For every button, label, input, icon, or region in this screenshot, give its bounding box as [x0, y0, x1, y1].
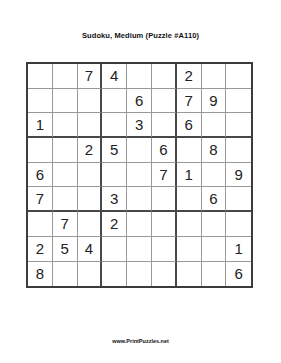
cell-r1c7[interactable]: 2	[177, 64, 202, 89]
cell-r6c4[interactable]: 3	[102, 187, 127, 212]
cell-r9c1[interactable]: 8	[28, 262, 53, 287]
cell-r2c9[interactable]	[226, 89, 251, 114]
cell-r7c8[interactable]	[202, 212, 227, 237]
cell-r6c7[interactable]	[177, 187, 202, 212]
cell-r5c8[interactable]	[202, 163, 227, 188]
cell-r4c8[interactable]: 8	[202, 138, 227, 163]
cell-r1c2[interactable]	[53, 64, 78, 89]
cell-r7c7[interactable]	[177, 212, 202, 237]
cell-r4c5[interactable]	[127, 138, 152, 163]
cell-r6c1[interactable]: 7	[28, 187, 53, 212]
cell-r2c8[interactable]: 9	[202, 89, 227, 114]
puzzle-page: Sudoku, Medium (Puzzle #A110) 7426791362…	[0, 0, 281, 363]
cell-r7c4[interactable]: 2	[102, 212, 127, 237]
cell-r9c6[interactable]	[152, 262, 177, 287]
cell-r2c5[interactable]: 6	[127, 89, 152, 114]
cell-r5c6[interactable]: 7	[152, 163, 177, 188]
cell-r8c9[interactable]: 1	[226, 237, 251, 262]
cell-r8c1[interactable]: 2	[28, 237, 53, 262]
cell-r7c5[interactable]	[127, 212, 152, 237]
cell-r4c9[interactable]	[226, 138, 251, 163]
sudoku-board: 7426791362568671973672254186	[26, 62, 253, 288]
cell-r9c7[interactable]	[177, 262, 202, 287]
cell-r3c8[interactable]	[202, 113, 227, 138]
cell-r4c6[interactable]: 6	[152, 138, 177, 163]
cell-r8c7[interactable]	[177, 237, 202, 262]
cell-r3c5[interactable]: 3	[127, 113, 152, 138]
cell-r6c6[interactable]	[152, 187, 177, 212]
cell-r8c6[interactable]	[152, 237, 177, 262]
puzzle-title: Sudoku, Medium (Puzzle #A110)	[0, 31, 281, 40]
cell-r7c6[interactable]	[152, 212, 177, 237]
cell-r5c9[interactable]: 9	[226, 163, 251, 188]
cell-r3c9[interactable]	[226, 113, 251, 138]
cell-r5c4[interactable]	[102, 163, 127, 188]
cell-r3c2[interactable]	[53, 113, 78, 138]
cell-r1c9[interactable]	[226, 64, 251, 89]
cell-r9c8[interactable]	[202, 262, 227, 287]
cell-r2c3[interactable]	[78, 89, 103, 114]
cell-r6c9[interactable]	[226, 187, 251, 212]
cell-r4c3[interactable]: 2	[78, 138, 103, 163]
cell-r9c9[interactable]: 6	[226, 262, 251, 287]
cell-r4c1[interactable]	[28, 138, 53, 163]
cell-r7c1[interactable]	[28, 212, 53, 237]
cell-r9c2[interactable]	[53, 262, 78, 287]
cell-r9c5[interactable]	[127, 262, 152, 287]
footer-url: www.PrintPuzzles.net	[0, 338, 281, 344]
cell-r2c7[interactable]: 7	[177, 89, 202, 114]
cell-r1c5[interactable]	[127, 64, 152, 89]
cell-r8c8[interactable]	[202, 237, 227, 262]
cell-r8c5[interactable]	[127, 237, 152, 262]
cell-r9c4[interactable]	[102, 262, 127, 287]
cell-r3c7[interactable]: 6	[177, 113, 202, 138]
cell-r8c3[interactable]: 4	[78, 237, 103, 262]
cell-r1c8[interactable]	[202, 64, 227, 89]
cell-r5c5[interactable]	[127, 163, 152, 188]
cell-r3c1[interactable]: 1	[28, 113, 53, 138]
cell-r3c3[interactable]	[78, 113, 103, 138]
cell-r4c4[interactable]: 5	[102, 138, 127, 163]
cell-r2c1[interactable]	[28, 89, 53, 114]
cell-r1c3[interactable]: 7	[78, 64, 103, 89]
cell-r1c4[interactable]: 4	[102, 64, 127, 89]
cell-r1c6[interactable]	[152, 64, 177, 89]
cell-r4c7[interactable]	[177, 138, 202, 163]
cell-r6c8[interactable]: 6	[202, 187, 227, 212]
cell-r7c9[interactable]	[226, 212, 251, 237]
cell-r2c4[interactable]	[102, 89, 127, 114]
cell-r2c2[interactable]	[53, 89, 78, 114]
cell-r2c6[interactable]	[152, 89, 177, 114]
cell-r1c1[interactable]	[28, 64, 53, 89]
cell-r5c1[interactable]: 6	[28, 163, 53, 188]
cell-r5c7[interactable]: 1	[177, 163, 202, 188]
cell-r6c5[interactable]	[127, 187, 152, 212]
cell-r8c4[interactable]	[102, 237, 127, 262]
cell-r7c3[interactable]	[78, 212, 103, 237]
cell-r5c2[interactable]	[53, 163, 78, 188]
cell-r6c2[interactable]	[53, 187, 78, 212]
cell-r7c2[interactable]: 7	[53, 212, 78, 237]
cell-r4c2[interactable]	[53, 138, 78, 163]
cell-r6c3[interactable]	[78, 187, 103, 212]
cell-r3c6[interactable]	[152, 113, 177, 138]
cell-r3c4[interactable]	[102, 113, 127, 138]
cell-r9c3[interactable]	[78, 262, 103, 287]
cell-r5c3[interactable]	[78, 163, 103, 188]
cell-r8c2[interactable]: 5	[53, 237, 78, 262]
